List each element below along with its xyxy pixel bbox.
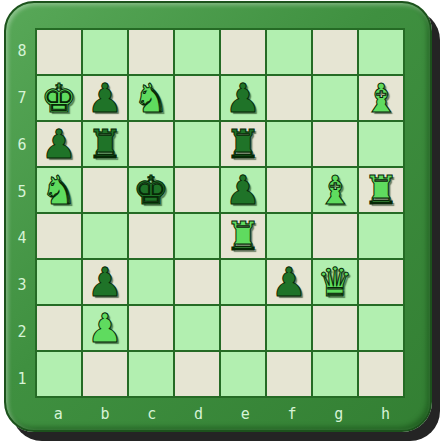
square-h4[interactable] [359,214,403,258]
square-b8[interactable] [83,30,127,74]
square-e7[interactable]: ♟ [221,76,265,120]
rank-label-1: 1 [12,355,32,402]
piece-white-queen[interactable]: ♛ [317,260,353,304]
piece-black-pawn[interactable]: ♟ [41,122,77,166]
square-g7[interactable] [313,76,357,120]
square-a2[interactable] [37,306,81,350]
piece-black-pawn[interactable]: ♟ [271,260,307,304]
square-d5[interactable] [175,168,219,212]
square-d7[interactable] [175,76,219,120]
square-g1[interactable] [313,352,357,396]
rank-label-4: 4 [12,215,32,262]
square-c4[interactable] [129,214,173,258]
square-d2[interactable] [175,306,219,350]
square-e3[interactable] [221,260,265,304]
piece-white-bishop[interactable]: ♝ [317,168,353,212]
square-a3[interactable] [37,260,81,304]
square-a1[interactable] [37,352,81,396]
rank-label-7: 7 [12,75,32,122]
square-e2[interactable] [221,306,265,350]
square-h6[interactable] [359,122,403,166]
square-h1[interactable] [359,352,403,396]
square-a5[interactable]: ♞ [37,168,81,212]
square-f4[interactable] [267,214,311,258]
square-b4[interactable] [83,214,127,258]
square-e5[interactable]: ♟ [221,168,265,212]
square-a7[interactable]: ♚ [37,76,81,120]
piece-black-rook[interactable]: ♜ [87,122,123,166]
board-grid: ♚♟♞♟♝♟♜♜♞♚♟♝♜♜♟♟♛♟ [35,28,405,398]
piece-white-king[interactable]: ♚ [41,76,77,120]
rank-labels: 87654321 [12,28,32,402]
square-d6[interactable] [175,122,219,166]
square-c7[interactable]: ♞ [129,76,173,120]
square-a6[interactable]: ♟ [37,122,81,166]
square-c6[interactable] [129,122,173,166]
square-e6[interactable]: ♜ [221,122,265,166]
square-h3[interactable] [359,260,403,304]
square-c5[interactable]: ♚ [129,168,173,212]
square-d4[interactable] [175,214,219,258]
square-c8[interactable] [129,30,173,74]
square-b7[interactable]: ♟ [83,76,127,120]
piece-white-pawn[interactable]: ♟ [87,306,123,350]
piece-white-rook[interactable]: ♜ [225,214,261,258]
square-g5[interactable]: ♝ [313,168,357,212]
square-f5[interactable] [267,168,311,212]
file-label-d: d [175,402,222,426]
file-label-g: g [316,402,363,426]
square-g4[interactable] [313,214,357,258]
square-c3[interactable] [129,260,173,304]
square-b2[interactable]: ♟ [83,306,127,350]
square-f1[interactable] [267,352,311,396]
square-b6[interactable]: ♜ [83,122,127,166]
square-a8[interactable] [37,30,81,74]
square-f8[interactable] [267,30,311,74]
square-h7[interactable]: ♝ [359,76,403,120]
rank-label-5: 5 [12,168,32,215]
square-f7[interactable] [267,76,311,120]
square-h5[interactable]: ♜ [359,168,403,212]
file-label-f: f [269,402,316,426]
square-f3[interactable]: ♟ [267,260,311,304]
rank-label-8: 8 [12,28,32,75]
piece-black-king[interactable]: ♚ [133,168,169,212]
square-g3[interactable]: ♛ [313,260,357,304]
piece-black-pawn[interactable]: ♟ [87,76,123,120]
piece-white-bishop[interactable]: ♝ [363,76,399,120]
square-f2[interactable] [267,306,311,350]
square-g6[interactable] [313,122,357,166]
square-g8[interactable] [313,30,357,74]
square-e1[interactable] [221,352,265,396]
square-c2[interactable] [129,306,173,350]
square-g2[interactable] [313,306,357,350]
piece-black-pawn[interactable]: ♟ [87,260,123,304]
piece-white-knight[interactable]: ♞ [133,76,169,120]
rank-label-3: 3 [12,262,32,309]
square-d3[interactable] [175,260,219,304]
piece-black-pawn[interactable]: ♟ [225,168,261,212]
piece-black-rook[interactable]: ♜ [225,122,261,166]
board-frame: 87654321 ♚♟♞♟♝♟♜♜♞♚♟♝♜♜♟♟♛♟ abcdefgh [4,1,432,432]
square-b3[interactable]: ♟ [83,260,127,304]
piece-black-pawn[interactable]: ♟ [225,76,261,120]
square-h2[interactable] [359,306,403,350]
file-labels: abcdefgh [35,402,409,426]
file-label-b: b [82,402,129,426]
square-c1[interactable] [129,352,173,396]
file-label-c: c [129,402,176,426]
square-h8[interactable] [359,30,403,74]
square-b1[interactable] [83,352,127,396]
rank-label-2: 2 [12,309,32,356]
file-label-a: a [35,402,82,426]
file-label-h: h [362,402,409,426]
file-label-e: e [222,402,269,426]
square-e8[interactable] [221,30,265,74]
page: { "game": "chess", "position": { "fen": … [0,0,444,442]
square-a4[interactable] [37,214,81,258]
square-b5[interactable] [83,168,127,212]
square-e4[interactable]: ♜ [221,214,265,258]
rank-label-6: 6 [12,122,32,169]
square-d1[interactable] [175,352,219,396]
piece-white-knight[interactable]: ♞ [41,168,77,212]
piece-white-rook[interactable]: ♜ [363,168,399,212]
square-d8[interactable] [175,30,219,74]
square-f6[interactable] [267,122,311,166]
